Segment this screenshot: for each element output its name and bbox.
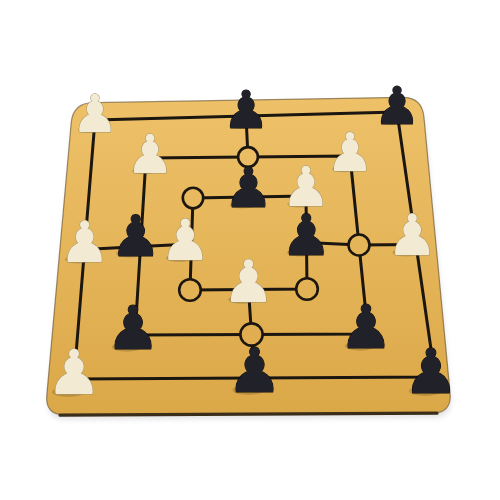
piece-black-g1[interactable]: ♟ [403,336,458,408]
empty-point-e3[interactable] [296,278,318,300]
empty-point-c5[interactable] [183,188,203,208]
piece-white-a7[interactable]: ♟ [72,83,119,144]
piece-black-d5[interactable]: ♟ [224,156,273,220]
piece-black-b2[interactable]: ♟ [106,293,160,363]
piece-white-d3[interactable]: ♟ [222,248,275,316]
mat-bottom-edge [60,413,437,415]
piece-black-d1[interactable]: ♟ [227,334,283,407]
empty-point-f4[interactable] [349,235,370,256]
piece-black-g7[interactable]: ♟ [374,76,421,136]
piece-white-b6[interactable]: ♟ [126,123,174,186]
piece-white-f6[interactable]: ♟ [326,121,374,184]
piece-white-a4[interactable]: ♟ [59,209,110,275]
piece-black-d7[interactable]: ♟ [223,80,270,140]
piece-black-b4[interactable]: ♟ [110,203,161,269]
piece-white-g4[interactable]: ♟ [386,202,437,268]
empty-point-c3[interactable] [179,279,201,301]
nine-mens-morris-board: ♟♟♟♟♟♟♟♟♟♟♟♟♟♟♟♟♟♟ [0,0,500,500]
piece-white-a1[interactable]: ♟ [46,336,102,409]
piece-black-e4[interactable]: ♟ [281,202,332,268]
piece-black-f2[interactable]: ♟ [339,292,393,362]
product-photo: ♟♟♟♟♟♟♟♟♟♟♟♟♟♟♟♟♟♟ [0,0,500,500]
piece-white-c4[interactable]: ♟ [160,207,211,273]
